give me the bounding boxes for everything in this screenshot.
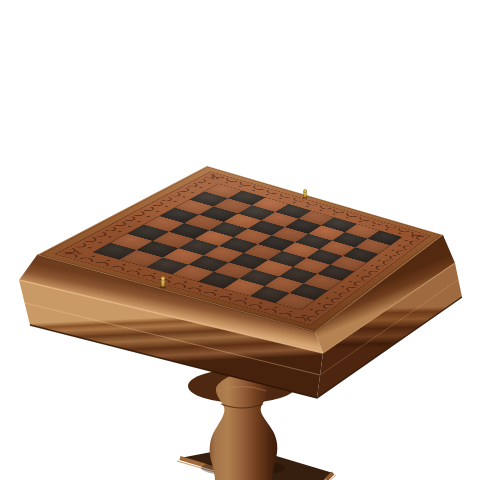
brass-hinge-pin-icon [302, 189, 307, 198]
product-photo [0, 0, 480, 480]
brass-latch-knob-icon [160, 277, 166, 289]
brass-hardware-overlay [0, 0, 480, 480]
